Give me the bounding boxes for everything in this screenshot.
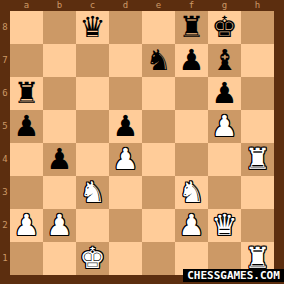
square-h8[interactable] [241, 11, 274, 44]
black-pawn[interactable]: ♟ [47, 143, 73, 176]
square-c1[interactable]: ♚ [76, 242, 109, 275]
square-a5[interactable]: ♟ [10, 110, 43, 143]
square-f5[interactable] [175, 110, 208, 143]
black-bishop[interactable]: ♝ [212, 44, 238, 77]
square-a2[interactable]: ♟ [10, 209, 43, 242]
square-d5[interactable]: ♟ [109, 110, 142, 143]
black-pawn[interactable]: ♟ [14, 110, 40, 143]
square-h7[interactable] [241, 44, 274, 77]
square-e3[interactable] [142, 176, 175, 209]
square-d7[interactable] [109, 44, 142, 77]
white-knight[interactable]: ♞ [80, 176, 106, 209]
white-pawn[interactable]: ♟ [113, 143, 139, 176]
black-pawn[interactable]: ♟ [179, 44, 205, 77]
file-label-d: d [109, 0, 142, 11]
white-knight[interactable]: ♞ [179, 176, 205, 209]
square-f8[interactable]: ♜ [175, 11, 208, 44]
black-queen[interactable]: ♛ [80, 11, 106, 44]
white-queen[interactable]: ♛ [212, 209, 238, 242]
square-e4[interactable] [142, 143, 175, 176]
rank-label-4: 4 [0, 143, 10, 176]
square-c7[interactable] [76, 44, 109, 77]
square-d2[interactable] [109, 209, 142, 242]
file-label-h: h [241, 0, 274, 11]
square-h6[interactable] [241, 77, 274, 110]
square-c5[interactable] [76, 110, 109, 143]
square-e1[interactable] [142, 242, 175, 275]
white-pawn[interactable]: ♟ [14, 209, 40, 242]
black-pawn[interactable]: ♟ [113, 110, 139, 143]
white-king[interactable]: ♚ [80, 242, 106, 275]
square-a8[interactable] [10, 11, 43, 44]
square-c8[interactable]: ♛ [76, 11, 109, 44]
square-d8[interactable] [109, 11, 142, 44]
square-e5[interactable] [142, 110, 175, 143]
square-e8[interactable] [142, 11, 175, 44]
rank-label-8: 8 [0, 11, 10, 44]
square-h3[interactable] [241, 176, 274, 209]
square-c6[interactable] [76, 77, 109, 110]
white-rook[interactable]: ♜ [245, 143, 271, 176]
rank-labels: 87654321 [0, 11, 10, 275]
square-f4[interactable] [175, 143, 208, 176]
file-label-e: e [142, 0, 175, 11]
square-f2[interactable]: ♟ [175, 209, 208, 242]
square-a6[interactable]: ♜ [10, 77, 43, 110]
square-b5[interactable] [43, 110, 76, 143]
square-f3[interactable]: ♞ [175, 176, 208, 209]
square-d4[interactable]: ♟ [109, 143, 142, 176]
square-e7[interactable]: ♞ [142, 44, 175, 77]
square-g5[interactable]: ♟ [208, 110, 241, 143]
square-e6[interactable] [142, 77, 175, 110]
square-c2[interactable] [76, 209, 109, 242]
square-g4[interactable] [208, 143, 241, 176]
square-g6[interactable]: ♟ [208, 77, 241, 110]
square-b1[interactable] [43, 242, 76, 275]
square-h5[interactable] [241, 110, 274, 143]
square-g3[interactable] [208, 176, 241, 209]
square-b7[interactable] [43, 44, 76, 77]
square-b8[interactable] [43, 11, 76, 44]
white-pawn[interactable]: ♟ [212, 110, 238, 143]
square-h4[interactable]: ♜ [241, 143, 274, 176]
square-g7[interactable]: ♝ [208, 44, 241, 77]
site-credit: CHESSGAMES.COM [183, 269, 284, 282]
square-d3[interactable] [109, 176, 142, 209]
square-d6[interactable] [109, 77, 142, 110]
chess-board: ♛♜♚♞♟♝♜♟♟♟♟♟♟♜♞♞♟♟♟♛♚♜ [10, 11, 274, 275]
square-a1[interactable] [10, 242, 43, 275]
square-a4[interactable] [10, 143, 43, 176]
square-a7[interactable] [10, 44, 43, 77]
rank-label-6: 6 [0, 77, 10, 110]
black-pawn[interactable]: ♟ [212, 77, 238, 110]
black-rook[interactable]: ♜ [179, 11, 205, 44]
rank-label-5: 5 [0, 110, 10, 143]
square-c3[interactable]: ♞ [76, 176, 109, 209]
square-f7[interactable]: ♟ [175, 44, 208, 77]
black-rook[interactable]: ♜ [14, 77, 40, 110]
square-a3[interactable] [10, 176, 43, 209]
square-b4[interactable]: ♟ [43, 143, 76, 176]
square-b3[interactable] [43, 176, 76, 209]
square-e2[interactable] [142, 209, 175, 242]
file-label-b: b [43, 0, 76, 11]
rank-label-2: 2 [0, 209, 10, 242]
square-f6[interactable] [175, 77, 208, 110]
rank-label-7: 7 [0, 44, 10, 77]
square-g8[interactable]: ♚ [208, 11, 241, 44]
square-g2[interactable]: ♛ [208, 209, 241, 242]
rank-label-1: 1 [0, 242, 10, 275]
chess-diagram: abcdefgh 87654321 ♛♜♚♞♟♝♜♟♟♟♟♟♟♜♞♞♟♟♟♛♚♜… [0, 0, 284, 284]
rank-label-3: 3 [0, 176, 10, 209]
square-c4[interactable] [76, 143, 109, 176]
black-knight[interactable]: ♞ [146, 44, 172, 77]
square-d1[interactable] [109, 242, 142, 275]
square-b6[interactable] [43, 77, 76, 110]
black-king[interactable]: ♚ [212, 11, 238, 44]
square-h2[interactable] [241, 209, 274, 242]
white-pawn[interactable]: ♟ [47, 209, 73, 242]
file-label-a: a [10, 0, 43, 11]
white-pawn[interactable]: ♟ [179, 209, 205, 242]
square-b2[interactable]: ♟ [43, 209, 76, 242]
